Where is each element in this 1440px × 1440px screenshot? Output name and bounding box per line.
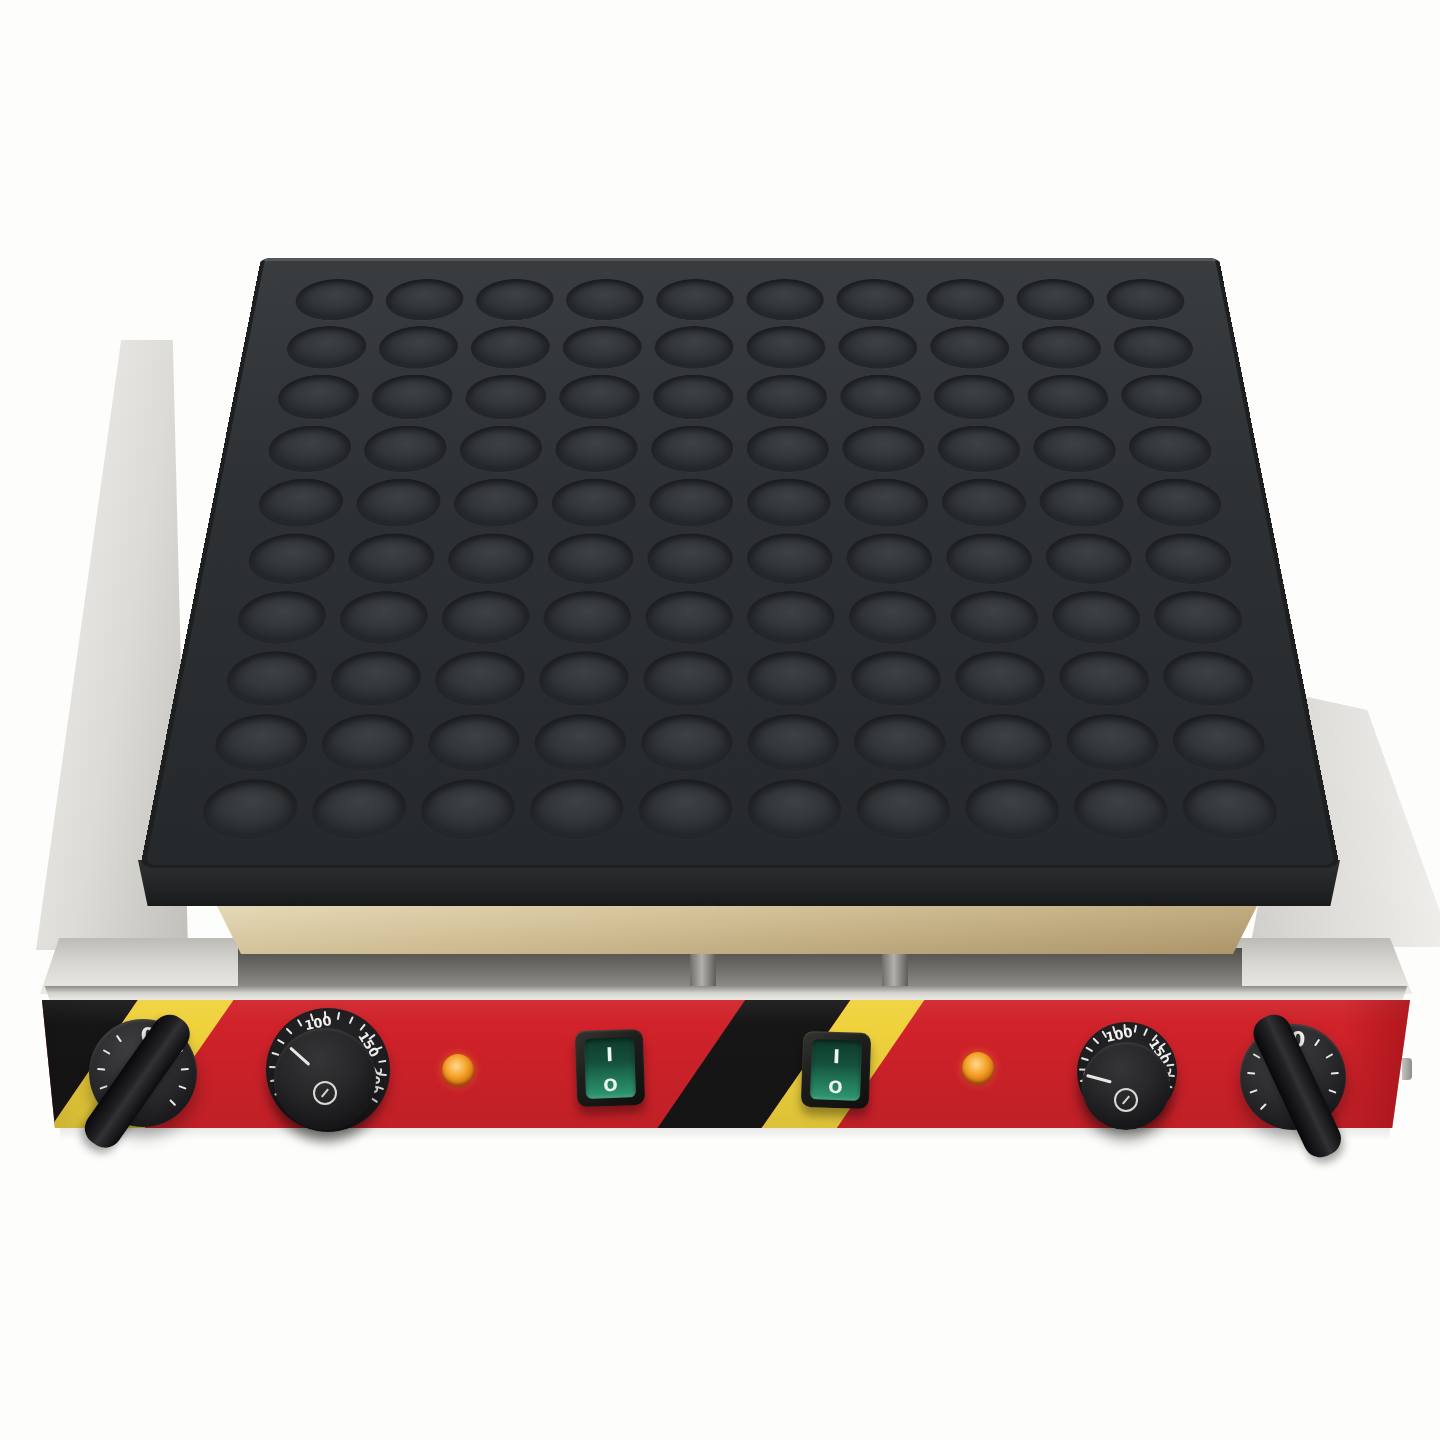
dial-tick [116,1035,122,1043]
thermostat-grip-left[interactable] [274,1028,376,1130]
power-rocker-right[interactable]: I O [810,1039,862,1101]
dial-tick [1253,1053,1261,1059]
switch-off-label-left: O [585,1074,636,1096]
power-switch-left[interactable]: I O [575,1029,646,1107]
dial-tick [97,1068,105,1071]
thermostat-pointer-left [289,1046,310,1066]
switch-on-label-left: I [584,1042,635,1066]
power-switch-right[interactable]: I O [801,1031,872,1109]
dial-tick [1081,1057,1089,1061]
indicator-lens-right [962,1052,994,1084]
dial-tick [178,1085,186,1090]
thermometer-icon-left [313,1081,337,1105]
thermostat-knob-left[interactable]: 50100150200 [266,1008,390,1132]
dial-tick [1328,1089,1336,1094]
dial-tick [1249,1089,1257,1094]
dial-tick [1085,1046,1093,1052]
thermostat-pointer-right [1086,1074,1112,1084]
switch-off-label-right: O [810,1076,861,1098]
dial-tick [1134,1025,1137,1033]
dial-tick [99,1085,107,1090]
dial-tick [1092,1037,1099,1044]
indicator-light-right [962,1052,994,1084]
dial-tick [286,1028,293,1035]
power-rocker-left[interactable]: I O [584,1037,636,1099]
dial-tick [181,1068,189,1071]
dial-tick [1260,1103,1267,1110]
dial-tick [1331,1072,1339,1075]
dial-tick [297,1019,303,1027]
dial-tick [1247,1072,1255,1075]
dial-tick [1325,1053,1333,1059]
dial-tick [1143,1028,1148,1036]
dial-tick [337,1012,340,1020]
dial-tick [378,1060,386,1063]
dial-tick [103,1049,111,1055]
thermostat-grip-right[interactable] [1082,1042,1170,1130]
switch-on-label-right: I [811,1044,862,1068]
machine: 0 50100150200 I O I O [0,0,1440,1440]
dial-tick [349,1016,354,1024]
indicator-lens-left [442,1054,474,1086]
timer-knob-left[interactable]: 0 [89,1019,197,1127]
thermostat-knob-right[interactable]: 50100150200 [1077,1022,1177,1122]
thermometer-icon-right [1114,1088,1138,1112]
dial-tick [277,1039,285,1045]
timer-knob-right[interactable]: 0 [1240,1024,1346,1130]
dial-tick [169,1099,176,1106]
indicator-light-left [442,1054,474,1086]
dial-tick [1314,1039,1320,1047]
controls-layer: 0 50100150200 I O I O [0,0,1440,1440]
